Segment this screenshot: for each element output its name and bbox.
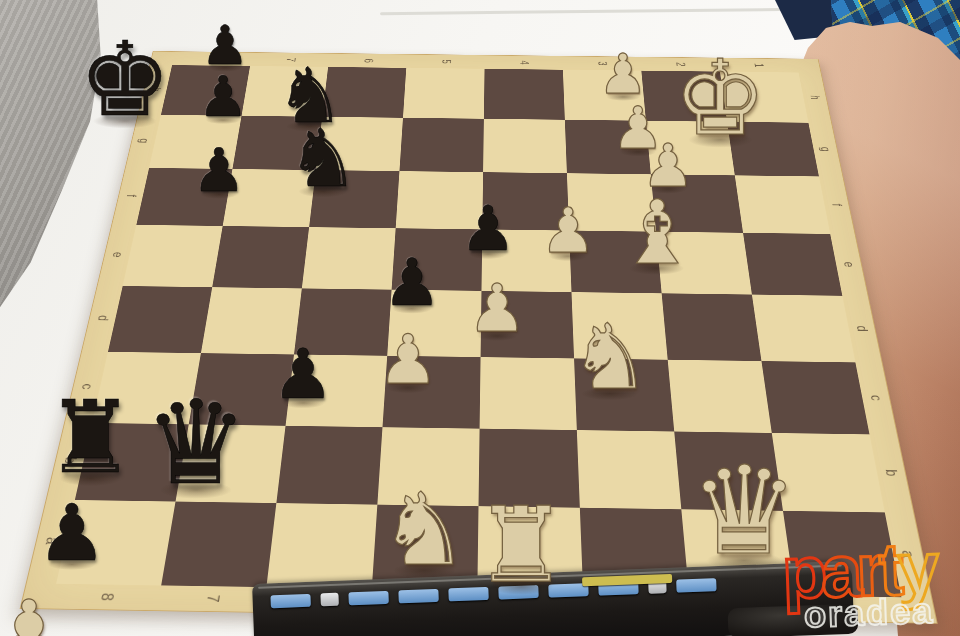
file-label-f: f (87, 187, 175, 204)
black-knight-glyph: ♞ (287, 119, 359, 199)
file-label-a: a (853, 542, 960, 567)
photo-stage: 87654321hhggffeeddccbbaa87654321 ♟♟♚♟♞♚♟… (0, 0, 960, 636)
table-edge-line (380, 8, 800, 15)
file-label-f: f (792, 196, 881, 213)
clock-button-4-blue[interactable] (398, 589, 438, 604)
file-label-d: d (55, 308, 150, 328)
piece-black-pawn-c6[interactable]: ♟ (272, 340, 334, 409)
piece-black-pawn-e4[interactable]: ♟ (460, 198, 516, 260)
black-king-glyph: ♚ (79, 28, 171, 131)
square-g5[interactable] (399, 118, 483, 172)
white-rook-glyph: ♜ (474, 493, 567, 597)
black-pawn-glyph: ♟ (192, 140, 246, 200)
square-c2[interactable] (668, 360, 772, 433)
piece-black-knight-f6[interactable]: ♞ (287, 119, 359, 199)
file-label-d: d (814, 319, 910, 339)
rank-label-6: 6 (354, 37, 380, 85)
piece-black-queen-b7[interactable]: ♛ (144, 385, 248, 501)
square-b3[interactable] (577, 430, 681, 509)
square-c4[interactable] (480, 357, 577, 430)
file-label-h: h (773, 90, 856, 105)
piece-black-rook-b8[interactable]: ♜ (45, 388, 135, 488)
file-label-e: e (71, 246, 163, 264)
rank-label-5: 5 (434, 38, 458, 86)
black-pawn-glyph: ♟ (460, 198, 516, 260)
piece-black-king-g8[interactable]: ♚ (79, 28, 171, 131)
square-g4[interactable] (483, 119, 567, 173)
piece-white-pawn-e3[interactable]: ♟ (540, 200, 596, 262)
clock-button-2-silver[interactable] (320, 593, 338, 607)
piece-white-pawn-d4[interactable]: ♟ (467, 276, 526, 342)
square-b6[interactable] (276, 426, 382, 505)
piece-white-bishop-e2[interactable]: ♝ (618, 189, 697, 277)
piece-white-pawn-c5[interactable]: ♟ (378, 326, 439, 394)
clock-button-3-blue[interactable] (348, 591, 388, 606)
square-d2[interactable] (662, 293, 762, 361)
piece-white-knight-a5[interactable]: ♞ (379, 480, 469, 580)
board-corner (901, 597, 936, 623)
board-corner (796, 59, 821, 73)
square-e6[interactable] (302, 227, 396, 290)
black-pawn-glyph: ♟ (383, 250, 441, 315)
black-pawn-glyph: ♟ (37, 494, 107, 572)
white-pawn-glyph: ♟ (467, 276, 526, 342)
file-label-e: e (803, 255, 895, 274)
white-knight-glyph: ♞ (379, 480, 469, 580)
square-e7[interactable] (212, 226, 309, 288)
white-bishop-glyph: ♝ (618, 189, 697, 277)
file-label-c: c (826, 387, 926, 409)
white-queen-glyph: ♛ (689, 450, 798, 572)
piece-black-pawn-a8[interactable]: ♟ (37, 494, 107, 572)
piece-white-knight-c3[interactable]: ♞ (570, 312, 651, 402)
rank-label-4: 4 (513, 39, 535, 87)
black-queen-glyph: ♛ (144, 385, 248, 501)
white-pawn-glyph: ♟ (0, 589, 70, 636)
piece-black-pawn-g7[interactable]: ♟ (198, 69, 248, 125)
piece-white-pawn-offboard[interactable]: ♟ (0, 589, 70, 636)
file-label-b: b (839, 461, 943, 484)
clock-right-end (728, 604, 859, 636)
piece-black-pawn-f7[interactable]: ♟ (192, 140, 246, 200)
black-rook-glyph: ♜ (45, 388, 135, 488)
piece-black-pawn-d5[interactable]: ♟ (383, 250, 441, 315)
clock-button-1-blue[interactable] (270, 594, 310, 609)
piece-white-queen-a2[interactable]: ♛ (689, 450, 798, 572)
black-pawn-glyph: ♟ (198, 69, 248, 125)
black-pawn-glyph: ♟ (272, 340, 334, 409)
file-label-g: g (782, 141, 868, 157)
white-knight-glyph: ♞ (570, 312, 651, 402)
white-pawn-glyph: ♟ (540, 200, 596, 262)
piece-white-rook-a4[interactable]: ♜ (474, 493, 567, 597)
white-pawn-glyph: ♟ (378, 326, 439, 394)
